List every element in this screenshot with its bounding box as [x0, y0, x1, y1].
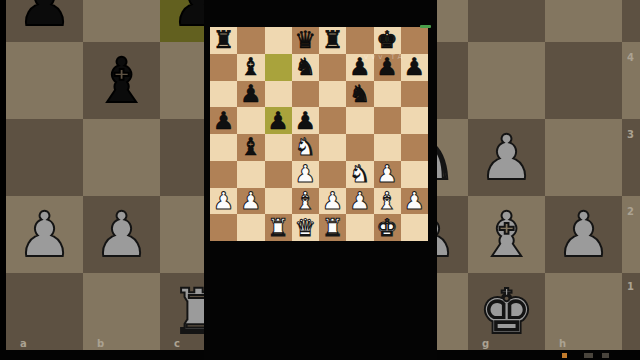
square-g2: ♝	[468, 196, 545, 273]
piece-black-pawn[interactable]: ♟	[237, 81, 264, 108]
square-a2[interactable]: ♟	[210, 188, 237, 215]
square-h1[interactable]	[401, 214, 428, 241]
piece-white-pawn[interactable]: ♟	[346, 188, 373, 215]
connection-dash-icon	[420, 25, 431, 28]
file-label-g: g	[482, 338, 489, 349]
piece-white-pawn: ♟	[6, 196, 83, 273]
square-d6[interactable]	[292, 81, 319, 108]
square-d1[interactable]: ♛	[292, 214, 319, 241]
square-b4: ♝	[83, 42, 160, 119]
piece-black-king[interactable]: ♚	[374, 27, 401, 54]
square-g6[interactable]	[374, 81, 401, 108]
square-e7[interactable]	[319, 54, 346, 81]
square-a1	[6, 273, 83, 350]
square-g5[interactable]	[374, 107, 401, 134]
square-f2[interactable]: ♟	[346, 188, 373, 215]
square-g4	[468, 42, 545, 119]
piece-white-rook[interactable]: ♜	[319, 214, 346, 241]
piece-white-pawn[interactable]: ♟	[401, 188, 428, 215]
square-h2[interactable]: ♟	[401, 188, 428, 215]
square-h1	[545, 273, 622, 350]
square-g1: ♚	[468, 273, 545, 350]
square-a8[interactable]: ♜	[210, 27, 237, 54]
square-a7[interactable]	[210, 54, 237, 81]
piece-white-pawn[interactable]: ♟	[319, 188, 346, 215]
square-h4[interactable]	[401, 134, 428, 161]
square-b3[interactable]	[237, 161, 264, 188]
square-c6[interactable]	[265, 81, 292, 108]
piece-black-rook[interactable]: ♜	[210, 27, 237, 54]
square-b1	[83, 273, 160, 350]
piece-black-pawn: ♟	[6, 0, 83, 42]
rank-label-4: 4	[627, 52, 634, 63]
watermark: vvv TA	[364, 53, 426, 61]
piece-white-king: ♚	[468, 273, 545, 350]
square-h3[interactable]	[401, 161, 428, 188]
file-label-a: a	[20, 338, 27, 349]
piece-white-pawn[interactable]: ♟	[374, 161, 401, 188]
square-g2[interactable]: ♝	[374, 188, 401, 215]
cropped-ui-fragment-icon	[602, 353, 609, 358]
square-b2[interactable]: ♟	[237, 188, 264, 215]
cropped-ui-fragment-icon	[584, 353, 593, 358]
square-h2: ♟	[545, 196, 622, 273]
square-f6[interactable]: ♞	[346, 81, 373, 108]
rank-label-3: 3	[627, 129, 634, 140]
square-f4[interactable]	[346, 134, 373, 161]
square-b1[interactable]	[237, 214, 264, 241]
file-label-c: c	[174, 338, 180, 349]
square-a3	[6, 119, 83, 196]
square-b5	[83, 0, 160, 42]
square-h4	[545, 42, 622, 119]
square-h8[interactable]	[401, 27, 428, 54]
piece-white-knight[interactable]: ♞	[292, 134, 319, 161]
square-a5[interactable]: ♟	[210, 107, 237, 134]
piece-black-knight[interactable]: ♞	[292, 54, 319, 81]
square-b4[interactable]: ♝	[237, 134, 264, 161]
square-h3	[545, 119, 622, 196]
piece-black-pawn[interactable]: ♟	[210, 107, 237, 134]
piece-white-rook[interactable]: ♜	[265, 214, 292, 241]
square-h6[interactable]	[401, 81, 428, 108]
cropped-ui-fragment-text	[80, 355, 160, 358]
piece-white-pawn[interactable]: ♟	[237, 188, 264, 215]
square-g8[interactable]: ♚	[374, 27, 401, 54]
square-d8[interactable]: ♛	[292, 27, 319, 54]
square-b2: ♟	[83, 196, 160, 273]
file-label-b: b	[97, 338, 104, 349]
piece-black-rook[interactable]: ♜	[319, 27, 346, 54]
square-b7[interactable]: ♝	[237, 54, 264, 81]
square-e1[interactable]: ♜	[319, 214, 346, 241]
square-g4[interactable]	[374, 134, 401, 161]
square-a4	[6, 42, 83, 119]
square-a1[interactable]	[210, 214, 237, 241]
square-g1[interactable]: ♚	[374, 214, 401, 241]
square-d3[interactable]: ♟	[292, 161, 319, 188]
square-a3[interactable]	[210, 161, 237, 188]
square-c2[interactable]	[265, 188, 292, 215]
square-b3	[83, 119, 160, 196]
square-f8[interactable]	[346, 27, 373, 54]
square-c7[interactable]	[265, 54, 292, 81]
square-f1[interactable]	[346, 214, 373, 241]
square-d4[interactable]: ♞	[292, 134, 319, 161]
video-frame: ♟♟♟♝♞♟♞♟♟♟♝♟♟♝♟♜♛♜♚ a b c g h 4 3 2 1 ♜♛…	[0, 0, 640, 360]
square-a6[interactable]	[210, 81, 237, 108]
square-g3[interactable]: ♟	[374, 161, 401, 188]
piece-white-knight[interactable]: ♞	[346, 161, 373, 188]
square-a2: ♟	[6, 196, 83, 273]
square-a4[interactable]	[210, 134, 237, 161]
piece-white-pawn[interactable]: ♟	[292, 161, 319, 188]
piece-black-bishop[interactable]: ♝	[237, 134, 264, 161]
piece-white-queen[interactable]: ♛	[292, 214, 319, 241]
square-c1[interactable]: ♜	[265, 214, 292, 241]
square-c8[interactable]	[265, 27, 292, 54]
square-h5	[545, 0, 622, 42]
square-e6[interactable]	[319, 81, 346, 108]
square-c5[interactable]: ♟	[265, 107, 292, 134]
piece-white-pawn[interactable]: ♟	[210, 188, 237, 215]
piece-white-bishop[interactable]: ♝	[374, 188, 401, 215]
square-e5[interactable]	[319, 107, 346, 134]
square-g5	[468, 0, 545, 42]
square-c3[interactable]	[265, 161, 292, 188]
rank-label-2: 2	[627, 206, 634, 217]
piece-black-bishop: ♝	[83, 42, 160, 119]
piece-white-king[interactable]: ♚	[374, 214, 401, 241]
piece-black-pawn[interactable]: ♟	[292, 107, 319, 134]
square-e2[interactable]: ♟	[319, 188, 346, 215]
piece-white-bishop: ♝	[468, 196, 545, 273]
square-g3: ♟	[468, 119, 545, 196]
square-e3[interactable]	[319, 161, 346, 188]
square-d7[interactable]: ♞	[292, 54, 319, 81]
cropped-ui-fragment-orange-icon	[562, 353, 567, 358]
piece-white-pawn: ♟	[468, 119, 545, 196]
square-h5[interactable]	[401, 107, 428, 134]
piece-black-bishop[interactable]: ♝	[237, 54, 264, 81]
letterbox-left	[0, 0, 6, 360]
piece-black-pawn[interactable]: ♟	[265, 107, 292, 134]
square-offboard	[622, 0, 640, 42]
square-f3[interactable]: ♞	[346, 161, 373, 188]
piece-white-bishop[interactable]: ♝	[292, 188, 319, 215]
piece-white-pawn: ♟	[83, 196, 160, 273]
square-e8[interactable]: ♜	[319, 27, 346, 54]
square-f5[interactable]	[346, 107, 373, 134]
square-b6[interactable]: ♟	[237, 81, 264, 108]
square-b5[interactable]	[237, 107, 264, 134]
square-e4[interactable]	[319, 134, 346, 161]
square-c4[interactable]	[265, 134, 292, 161]
piece-white-pawn: ♟	[545, 196, 622, 273]
square-b8[interactable]	[237, 27, 264, 54]
rank-label-1: 1	[627, 281, 634, 292]
board-screenshot: ♜♛♜♚♝♞♟♟♟♟♞♟♟♟♝♞♟♞♟♟♟♝♟♟♝♟♜♛♜♚ vvv TA	[204, 0, 437, 360]
piece-black-knight[interactable]: ♞	[346, 81, 373, 108]
square-d2[interactable]: ♝	[292, 188, 319, 215]
file-label-h: h	[559, 338, 566, 349]
piece-black-queen[interactable]: ♛	[292, 27, 319, 54]
square-d5[interactable]: ♟	[292, 107, 319, 134]
square-a5: ♟	[6, 0, 83, 42]
